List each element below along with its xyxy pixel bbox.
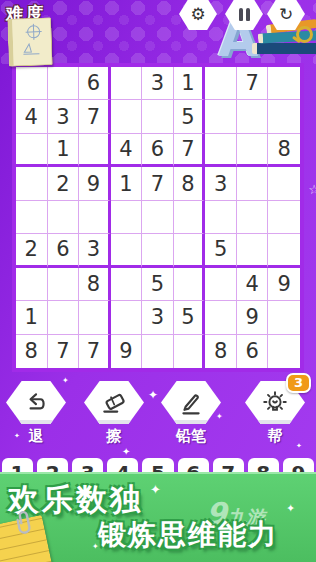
cell-r8c4[interactable]: [111, 301, 143, 334]
cell-r9c9[interactable]: [268, 335, 300, 368]
pause-icon: [239, 8, 250, 21]
cell-r1c4[interactable]: [111, 67, 143, 100]
cell-r6c3[interactable]: 3: [79, 234, 111, 267]
pencil-label: 铅笔: [176, 427, 206, 446]
cell-r3c6[interactable]: 7: [174, 134, 206, 167]
ad-banner[interactable]: 欢乐数独 锻炼思维能力 9九游 ✦ ✦ ✦ ✦ ✦: [0, 472, 316, 562]
cell-r4c1[interactable]: [16, 167, 48, 200]
cell-r9c1[interactable]: 8: [16, 335, 48, 368]
cell-r7c3[interactable]: 8: [79, 268, 111, 301]
cell-r9c7[interactable]: 8: [205, 335, 237, 368]
cell-r2c5[interactable]: [142, 100, 174, 133]
cell-r1c3[interactable]: 6: [79, 67, 111, 100]
cell-r3c2[interactable]: 1: [48, 134, 80, 167]
notepad-icon: [7, 17, 53, 67]
cell-r7c8[interactable]: 4: [237, 268, 269, 301]
eraser-icon: [100, 391, 128, 415]
cell-r3c7[interactable]: [205, 134, 237, 167]
cell-r2c9[interactable]: [268, 100, 300, 133]
cell-r2c4[interactable]: [111, 100, 143, 133]
cell-r8c3[interactable]: [79, 301, 111, 334]
cell-r8c7[interactable]: [205, 301, 237, 334]
magnifier-decoration: [296, 26, 313, 43]
hint-bulb-icon: [261, 390, 289, 416]
cell-r7c2[interactable]: [48, 268, 80, 301]
cell-r1c7[interactable]: [205, 67, 237, 100]
cell-r7c1[interactable]: [16, 268, 48, 301]
cell-r7c5[interactable]: 5: [142, 268, 174, 301]
cell-r3c8[interactable]: [237, 134, 269, 167]
hint-button[interactable]: 3 帮: [242, 381, 308, 446]
cell-r8c2[interactable]: [48, 301, 80, 334]
cell-r9c2[interactable]: 7: [48, 335, 80, 368]
cell-r3c3[interactable]: [79, 134, 111, 167]
cell-r7c4[interactable]: [111, 268, 143, 301]
cell-r7c7[interactable]: [205, 268, 237, 301]
cell-r8c9[interactable]: [268, 301, 300, 334]
cell-r6c9[interactable]: [268, 234, 300, 267]
cell-r5c2[interactable]: [48, 201, 80, 234]
cell-r1c2[interactable]: [48, 67, 80, 100]
cell-r9c5[interactable]: [142, 335, 174, 368]
cell-r4c5[interactable]: 7: [142, 167, 174, 200]
cell-r6c5[interactable]: [142, 234, 174, 267]
cell-r8c8[interactable]: 9: [237, 301, 269, 334]
cell-r1c5[interactable]: 3: [142, 67, 174, 100]
cell-r2c1[interactable]: 4: [16, 100, 48, 133]
cell-r3c4[interactable]: 4: [111, 134, 143, 167]
sudoku-app-screen: 难度 ⚙ ↻ A 6317437514678291783263585491359…: [0, 0, 316, 562]
cell-r8c5[interactable]: 3: [142, 301, 174, 334]
cell-r4c9[interactable]: [268, 167, 300, 200]
cell-r1c1[interactable]: [16, 67, 48, 100]
cell-r5c3[interactable]: [79, 201, 111, 234]
sticky-note-decoration: [0, 515, 53, 562]
cell-r5c6[interactable]: [174, 201, 206, 234]
erase-button[interactable]: 擦: [81, 381, 147, 446]
cell-r2c3[interactable]: 7: [79, 100, 111, 133]
cell-r2c8[interactable]: [237, 100, 269, 133]
cell-r5c1[interactable]: [16, 201, 48, 234]
hint-label: 帮: [268, 427, 283, 446]
cell-r9c3[interactable]: 7: [79, 335, 111, 368]
cell-r8c6[interactable]: 5: [174, 301, 206, 334]
cell-r4c4[interactable]: 1: [111, 167, 143, 200]
cell-r7c6[interactable]: [174, 268, 206, 301]
banner-subtitle: 锻炼思维能力: [98, 516, 278, 554]
cell-r4c7[interactable]: 3: [205, 167, 237, 200]
cell-r3c5[interactable]: 6: [142, 134, 174, 167]
undo-button[interactable]: 退: [3, 381, 69, 446]
cell-r1c9[interactable]: [268, 67, 300, 100]
cell-r5c9[interactable]: [268, 201, 300, 234]
cell-r6c6[interactable]: [174, 234, 206, 267]
cell-r4c8[interactable]: [237, 167, 269, 200]
cell-r6c2[interactable]: 6: [48, 234, 80, 267]
sudoku-grid: 6317437514678291783263585491359877986: [12, 63, 304, 372]
pencil-icon: [178, 391, 204, 415]
hint-count-badge: 3: [286, 373, 311, 393]
cell-r1c8[interactable]: 7: [237, 67, 269, 100]
cell-r1c6[interactable]: 1: [174, 67, 206, 100]
refresh-icon: ↻: [279, 4, 293, 24]
cell-r4c3[interactable]: 9: [79, 167, 111, 200]
cell-r3c1[interactable]: [16, 134, 48, 167]
star-decoration: ☆: [308, 182, 316, 197]
cell-r8c1[interactable]: 1: [16, 301, 48, 334]
cell-r9c8[interactable]: 6: [237, 335, 269, 368]
cell-r2c7[interactable]: [205, 100, 237, 133]
cell-r3c9[interactable]: 8: [268, 134, 300, 167]
cell-r7c9[interactable]: 9: [268, 268, 300, 301]
cell-r9c6[interactable]: [174, 335, 206, 368]
cell-r6c4[interactable]: [111, 234, 143, 267]
cell-r6c8[interactable]: [237, 234, 269, 267]
cell-r5c5[interactable]: [142, 201, 174, 234]
undo-icon: [23, 392, 49, 414]
cell-r9c4[interactable]: 9: [111, 335, 143, 368]
cell-r6c1[interactable]: 2: [16, 234, 48, 267]
cell-r6c7[interactable]: 5: [205, 234, 237, 267]
erase-label: 擦: [107, 427, 122, 446]
pencil-button[interactable]: 铅笔: [158, 381, 224, 446]
cell-r5c8[interactable]: [237, 201, 269, 234]
toolbar: 退 擦 铅笔: [0, 381, 316, 453]
cell-r5c4[interactable]: [111, 201, 143, 234]
undo-label: 退: [29, 427, 44, 446]
cell-r4c2[interactable]: 2: [48, 167, 80, 200]
cell-r4c6[interactable]: 8: [174, 167, 206, 200]
cell-r5c7[interactable]: [205, 201, 237, 234]
cell-r2c2[interactable]: 3: [48, 100, 80, 133]
gear-icon: ⚙: [190, 4, 205, 24]
cell-r2c6[interactable]: 5: [174, 100, 206, 133]
